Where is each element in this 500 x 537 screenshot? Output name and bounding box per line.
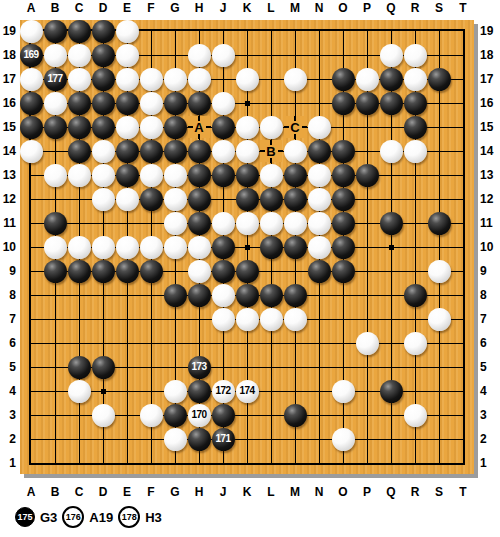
stone-S9[interactable]	[428, 260, 451, 283]
stone-E15[interactable]	[116, 116, 139, 139]
stone-H4[interactable]	[188, 380, 211, 403]
stone-M12[interactable]	[284, 188, 307, 211]
label-dash	[198, 116, 200, 121]
stone-R16[interactable]	[404, 92, 427, 115]
label-dash	[278, 150, 283, 152]
stone-E14[interactable]	[116, 140, 139, 163]
stone-B15[interactable]	[44, 116, 67, 139]
hoshi-point	[245, 245, 250, 250]
top-coordinate-C: C	[67, 2, 91, 14]
stone-S7[interactable]	[428, 308, 451, 331]
right-coordinate-2: 2	[480, 433, 498, 445]
stone-J9[interactable]	[212, 260, 235, 283]
stone-C15[interactable]	[68, 116, 91, 139]
stone-J10[interactable]	[212, 236, 235, 259]
stone-K4[interactable]: 174	[236, 380, 259, 403]
bottom-coordinate-Q: Q	[379, 486, 403, 498]
stone-B11[interactable]	[44, 212, 67, 235]
stone-L13[interactable]	[260, 164, 283, 187]
stone-J15[interactable]	[212, 116, 235, 139]
stone-K13[interactable]	[236, 164, 259, 187]
stone-C10[interactable]	[68, 236, 91, 259]
left-coordinate-2: 2	[0, 433, 16, 445]
caption-text-G3: G3	[40, 510, 57, 525]
stone-M3[interactable]	[284, 404, 307, 427]
stone-A19[interactable]	[20, 20, 43, 43]
stone-E12[interactable]	[116, 188, 139, 211]
stone-L8[interactable]	[260, 284, 283, 307]
stone-D3[interactable]	[92, 404, 115, 427]
stone-Q18[interactable]	[380, 44, 403, 67]
stone-H3[interactable]: 170	[188, 404, 211, 427]
stone-N14[interactable]	[308, 140, 331, 163]
left-coordinate-11: 11	[0, 217, 16, 229]
bottom-coordinate-B: B	[43, 486, 67, 498]
stone-F14[interactable]	[140, 140, 163, 163]
stone-H5[interactable]: 173	[188, 356, 211, 379]
stone-D5[interactable]	[92, 356, 115, 379]
left-coordinate-16: 16	[0, 97, 16, 109]
stone-E19[interactable]	[116, 20, 139, 43]
bottom-coordinate-G: G	[163, 486, 187, 498]
move-number: 170	[191, 410, 206, 420]
stone-H12[interactable]	[188, 188, 211, 211]
stone-F9[interactable]	[140, 260, 163, 283]
stone-K14[interactable]	[236, 140, 259, 163]
stone-D9[interactable]	[92, 260, 115, 283]
right-coordinate-7: 7	[480, 313, 498, 325]
left-coordinate-12: 12	[0, 193, 16, 205]
bottom-coordinate-O: O	[331, 486, 355, 498]
stone-D14[interactable]	[92, 140, 115, 163]
stone-H8[interactable]	[188, 284, 211, 307]
left-coordinate-6: 6	[0, 337, 16, 349]
hoshi-point	[245, 101, 250, 106]
move-number: 177	[47, 74, 62, 84]
stone-O2[interactable]	[332, 428, 355, 451]
bottom-coordinate-H: H	[187, 486, 211, 498]
right-coordinate-1: 1	[480, 457, 498, 469]
top-coordinate-H: H	[187, 2, 211, 14]
stone-D16[interactable]	[92, 92, 115, 115]
bottom-coordinate-D: D	[91, 486, 115, 498]
stone-E17[interactable]	[116, 68, 139, 91]
stone-O16[interactable]	[332, 92, 355, 115]
stone-D18[interactable]	[92, 44, 115, 67]
move-number: 169	[23, 50, 38, 60]
top-coordinate-O: O	[331, 2, 355, 14]
stone-F3[interactable]	[140, 404, 163, 427]
stone-C5[interactable]	[68, 356, 91, 379]
label-dash	[294, 134, 296, 139]
stone-K11[interactable]	[236, 212, 259, 235]
left-coordinate-7: 7	[0, 313, 16, 325]
bottom-coordinate-S: S	[427, 486, 451, 498]
stone-H14[interactable]	[188, 140, 211, 163]
left-coordinate-8: 8	[0, 289, 16, 301]
label-dash	[206, 126, 211, 128]
stone-C18[interactable]	[68, 44, 91, 67]
left-coordinate-4: 4	[0, 385, 16, 397]
label-dash	[270, 158, 272, 163]
left-coordinate-17: 17	[0, 73, 16, 85]
stone-G2[interactable]	[164, 428, 187, 451]
stone-Q11[interactable]	[380, 212, 403, 235]
stone-Q14[interactable]	[380, 140, 403, 163]
stone-N15[interactable]	[308, 116, 331, 139]
stone-L12[interactable]	[260, 188, 283, 211]
stone-C9[interactable]	[68, 260, 91, 283]
stone-J2[interactable]: 171	[212, 428, 235, 451]
stone-K9[interactable]	[236, 260, 259, 283]
caption-text-H3: H3	[145, 510, 162, 525]
hoshi-point	[389, 245, 394, 250]
label-dash	[284, 126, 289, 128]
right-coordinate-6: 6	[480, 337, 498, 349]
move-number: 174	[239, 386, 254, 396]
stone-N9[interactable]	[308, 260, 331, 283]
stone-B9[interactable]	[44, 260, 67, 283]
stone-R14[interactable]	[404, 140, 427, 163]
stone-K17[interactable]	[236, 68, 259, 91]
stone-O12[interactable]	[332, 188, 355, 211]
left-coordinate-15: 15	[0, 121, 16, 133]
stone-J14[interactable]	[212, 140, 235, 163]
move-caption: 175G3176A19178H3	[15, 506, 162, 528]
left-coordinate-19: 19	[0, 25, 16, 37]
top-coordinate-J: J	[211, 2, 235, 14]
right-coordinate-3: 3	[480, 409, 498, 421]
stone-L15[interactable]	[260, 116, 283, 139]
stone-N11[interactable]	[308, 212, 331, 235]
top-coordinate-T: T	[451, 2, 475, 14]
stone-R17[interactable]	[404, 68, 427, 91]
stone-Q16[interactable]	[380, 92, 403, 115]
stone-K8[interactable]	[236, 284, 259, 307]
stone-R18[interactable]	[404, 44, 427, 67]
top-coordinate-E: E	[115, 2, 139, 14]
stone-H17[interactable]	[188, 68, 211, 91]
right-coordinate-8: 8	[480, 289, 498, 301]
left-coordinate-18: 18	[0, 49, 16, 61]
stone-H2[interactable]	[188, 428, 211, 451]
stone-F17[interactable]	[140, 68, 163, 91]
stone-Q17[interactable]	[380, 68, 403, 91]
stone-C14[interactable]	[68, 140, 91, 163]
stone-D19[interactable]	[92, 20, 115, 43]
stone-A16[interactable]	[20, 92, 43, 115]
stone-Q4[interactable]	[380, 380, 403, 403]
bottom-coordinate-J: J	[211, 486, 235, 498]
stone-R15[interactable]	[404, 116, 427, 139]
caption-text-A19: A19	[89, 510, 113, 525]
stone-F15[interactable]	[140, 116, 163, 139]
hoshi-point	[101, 389, 106, 394]
bottom-coordinate-F: F	[139, 486, 163, 498]
stone-O11[interactable]	[332, 212, 355, 235]
stone-G14[interactable]	[164, 140, 187, 163]
stone-S17[interactable]	[428, 68, 451, 91]
stone-E10[interactable]	[116, 236, 139, 259]
top-coordinate-D: D	[91, 2, 115, 14]
left-coordinate-5: 5	[0, 361, 16, 373]
move-number: 171	[215, 434, 230, 444]
stone-H9[interactable]	[188, 260, 211, 283]
stone-J16[interactable]	[212, 92, 235, 115]
right-coordinate-5: 5	[480, 361, 498, 373]
right-coordinate-16: 16	[480, 97, 498, 109]
stone-M8[interactable]	[284, 284, 307, 307]
stone-B13[interactable]	[44, 164, 67, 187]
stone-F16[interactable]	[140, 92, 163, 115]
top-coordinate-Q: Q	[379, 2, 403, 14]
stone-E18[interactable]	[116, 44, 139, 67]
stone-K15[interactable]	[236, 116, 259, 139]
stone-M11[interactable]	[284, 212, 307, 235]
top-coordinate-K: K	[235, 2, 259, 14]
bottom-coordinate-P: P	[355, 486, 379, 498]
stone-C4[interactable]	[68, 380, 91, 403]
left-coordinate-13: 13	[0, 169, 16, 181]
bottom-coordinate-K: K	[235, 486, 259, 498]
right-coordinate-19: 19	[480, 25, 498, 37]
stone-J11[interactable]	[212, 212, 235, 235]
right-coordinate-4: 4	[480, 385, 498, 397]
top-coordinate-R: R	[403, 2, 427, 14]
stone-A15[interactable]	[20, 116, 43, 139]
stone-J3[interactable]	[212, 404, 235, 427]
label-dash	[294, 116, 296, 121]
bottom-coordinate-N: N	[307, 486, 331, 498]
stone-O4[interactable]	[332, 380, 355, 403]
stone-G11[interactable]	[164, 212, 187, 235]
stone-O13[interactable]	[332, 164, 355, 187]
top-coordinate-S: S	[427, 2, 451, 14]
go-diagram: ABCDEFGHJKLMNOPQRST ABCDEFGHJKLMNOPQRST …	[0, 0, 500, 537]
stone-C17[interactable]	[68, 68, 91, 91]
stone-H16[interactable]	[188, 92, 211, 115]
stone-G3[interactable]	[164, 404, 187, 427]
bottom-coordinate-C: C	[67, 486, 91, 498]
stone-J18[interactable]	[212, 44, 235, 67]
stone-A17[interactable]	[20, 68, 43, 91]
stone-P6[interactable]	[356, 332, 379, 355]
stone-P13[interactable]	[356, 164, 379, 187]
bottom-coordinate-A: A	[19, 486, 43, 498]
right-coordinate-12: 12	[480, 193, 498, 205]
right-coordinate-17: 17	[480, 73, 498, 85]
stone-C16[interactable]	[68, 92, 91, 115]
stone-D13[interactable]	[92, 164, 115, 187]
right-coordinate-11: 11	[480, 217, 498, 229]
top-coordinate-B: B	[43, 2, 67, 14]
stone-P17[interactable]	[356, 68, 379, 91]
left-coordinate-1: 1	[0, 457, 16, 469]
stone-F12[interactable]	[140, 188, 163, 211]
stone-M14[interactable]	[284, 140, 307, 163]
bottom-coordinate-R: R	[403, 486, 427, 498]
stone-L11[interactable]	[260, 212, 283, 235]
stone-H13[interactable]	[188, 164, 211, 187]
stone-M10[interactable]	[284, 236, 307, 259]
stone-D17[interactable]	[92, 68, 115, 91]
stone-G12[interactable]	[164, 188, 187, 211]
stone-B19[interactable]	[44, 20, 67, 43]
top-coordinate-L: L	[259, 2, 283, 14]
stone-O14[interactable]	[332, 140, 355, 163]
top-coordinate-M: M	[283, 2, 307, 14]
right-coordinate-14: 14	[480, 145, 498, 157]
top-coordinate-F: F	[139, 2, 163, 14]
stone-K12[interactable]	[236, 188, 259, 211]
stone-F13[interactable]	[140, 164, 163, 187]
top-coordinate-P: P	[355, 2, 379, 14]
stone-G15[interactable]	[164, 116, 187, 139]
stone-M13[interactable]	[284, 164, 307, 187]
stone-G16[interactable]	[164, 92, 187, 115]
right-coordinate-15: 15	[480, 121, 498, 133]
stone-E16[interactable]	[116, 92, 139, 115]
stone-B18[interactable]	[44, 44, 67, 67]
top-coordinate-N: N	[307, 2, 331, 14]
stone-J8[interactable]	[212, 284, 235, 307]
caption-white-stone-178: 178	[118, 506, 140, 528]
stone-E9[interactable]	[116, 260, 139, 283]
stone-H18[interactable]	[188, 44, 211, 67]
stone-N13[interactable]	[308, 164, 331, 187]
caption-black-stone-175: 175	[15, 507, 35, 527]
bottom-coordinate-M: M	[283, 486, 307, 498]
stone-G8[interactable]	[164, 284, 187, 307]
move-number: 172	[215, 386, 230, 396]
label-dash	[260, 150, 265, 152]
stone-D10[interactable]	[92, 236, 115, 259]
stone-D12[interactable]	[92, 188, 115, 211]
caption-white-stone-176: 176	[62, 506, 84, 528]
stone-D15[interactable]	[92, 116, 115, 139]
stone-F10[interactable]	[140, 236, 163, 259]
top-coordinate-G: G	[163, 2, 187, 14]
stone-L10[interactable]	[260, 236, 283, 259]
left-coordinate-10: 10	[0, 241, 16, 253]
stone-G17[interactable]	[164, 68, 187, 91]
right-coordinate-18: 18	[480, 49, 498, 61]
right-coordinate-10: 10	[480, 241, 498, 253]
stone-R6[interactable]	[404, 332, 427, 355]
bottom-coordinate-T: T	[451, 486, 475, 498]
stone-O10[interactable]	[332, 236, 355, 259]
right-coordinate-13: 13	[480, 169, 498, 181]
stone-R3[interactable]	[404, 404, 427, 427]
right-coordinate-9: 9	[480, 265, 498, 277]
bottom-coordinate-L: L	[259, 486, 283, 498]
stone-C19[interactable]	[68, 20, 91, 43]
stone-R8[interactable]	[404, 284, 427, 307]
stone-O9[interactable]	[332, 260, 355, 283]
stone-A14[interactable]	[20, 140, 43, 163]
stone-G10[interactable]	[164, 236, 187, 259]
label-dash	[188, 126, 193, 128]
stone-N12[interactable]	[308, 188, 331, 211]
stone-H10[interactable]	[188, 236, 211, 259]
label-dash	[270, 140, 272, 145]
stone-K7[interactable]	[236, 308, 259, 331]
label-dash	[198, 134, 200, 139]
stone-B10[interactable]	[44, 236, 67, 259]
stone-B16[interactable]	[44, 92, 67, 115]
stone-N10[interactable]	[308, 236, 331, 259]
stone-H11[interactable]	[188, 212, 211, 235]
stone-P16[interactable]	[356, 92, 379, 115]
stone-M17[interactable]	[284, 68, 307, 91]
left-coordinate-14: 14	[0, 145, 16, 157]
stone-L7[interactable]	[260, 308, 283, 331]
left-coordinate-9: 9	[0, 265, 16, 277]
stone-J7[interactable]	[212, 308, 235, 331]
stone-G4[interactable]	[164, 380, 187, 403]
move-number: 173	[191, 362, 206, 372]
left-coordinate-3: 3	[0, 409, 16, 421]
stone-J13[interactable]	[212, 164, 235, 187]
stone-M7[interactable]	[284, 308, 307, 331]
stone-C13[interactable]	[68, 164, 91, 187]
label-dash	[302, 126, 307, 128]
stone-O17[interactable]	[332, 68, 355, 91]
stone-J4[interactable]: 172	[212, 380, 235, 403]
stone-G13[interactable]	[164, 164, 187, 187]
bottom-coordinate-E: E	[115, 486, 139, 498]
stone-E13[interactable]	[116, 164, 139, 187]
stone-B17[interactable]: 177	[44, 68, 67, 91]
stone-A18[interactable]: 169	[20, 44, 43, 67]
top-coordinate-A: A	[19, 2, 43, 14]
stone-S11[interactable]	[428, 212, 451, 235]
